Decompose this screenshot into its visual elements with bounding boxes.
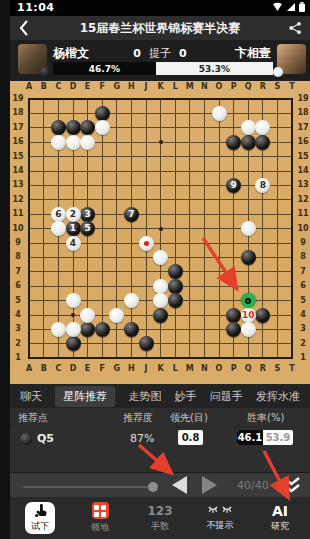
coord-letter-top: P: [227, 82, 241, 91]
black-stone-Q16: [241, 135, 256, 150]
coord-letter-top: E: [81, 82, 95, 91]
coord-number-left: 6: [11, 281, 25, 290]
coord-letter-bottom: R: [256, 364, 270, 373]
coord-letter-bottom: L: [168, 364, 182, 373]
tab-golaxy-recommend[interactable]: 星阵推荐: [55, 386, 115, 407]
coord-number-left: 10: [11, 224, 25, 233]
coord-number-right: 15: [296, 152, 310, 161]
coord-letter-top: D: [66, 82, 80, 91]
ai-research-label: 研究: [271, 520, 289, 533]
player-bar: 杨楷文 0提子0 卞相壹 46.7% 53.3%: [10, 40, 310, 81]
coord-number-right: 17: [296, 123, 310, 132]
page-title: 15届春兰杯世界锦标赛半决赛: [10, 20, 310, 37]
white-stone-O18: [212, 106, 227, 121]
white-player-name: 卞相壹: [235, 45, 271, 62]
tab-trend-graph[interactable]: 走势图: [128, 389, 161, 404]
black-captures: 0: [125, 47, 149, 60]
tap-hand-icon: [34, 504, 47, 517]
status-bar: 11:04: [10, 0, 310, 16]
toolbar-ai-research[interactable]: AI 研究: [250, 497, 310, 539]
coord-letter-bottom: G: [110, 364, 124, 373]
go-board[interactable]: AA1919BB1818CC1717DD1616EE1515FF1414GG13…: [10, 81, 310, 384]
territory-label: 领地: [91, 521, 109, 534]
analysis-tab-bar: 聊天 星阵推荐 走势图 妙手 问题手 发挥水准: [10, 384, 310, 408]
coord-letter-top: F: [95, 82, 109, 91]
coord-number-right: 2: [296, 339, 310, 348]
coord-letter-bottom: C: [51, 364, 65, 373]
black-stone-R16: [255, 135, 270, 150]
white-stone-H5: [124, 293, 139, 308]
coord-number-left: 3: [11, 324, 25, 333]
star-point: [159, 227, 163, 231]
coord-letter-top: T: [285, 82, 299, 91]
white-stone-K5: [153, 293, 168, 308]
ai-icon: AI: [272, 504, 288, 518]
coord-number-left: 14: [11, 166, 25, 175]
no-hints-label: 不提示: [207, 519, 234, 532]
white-stone-badge: [273, 67, 283, 77]
coord-number-left: 2: [11, 339, 25, 348]
coord-letter-top: J: [139, 82, 153, 91]
tab-chat[interactable]: 聊天: [20, 389, 42, 404]
white-stone-Q17: [241, 120, 256, 135]
move-number-label: 4: [70, 236, 76, 251]
share-icon[interactable]: [288, 20, 302, 39]
coord-letter-bottom: O: [212, 364, 226, 373]
lead-value: 0.8: [178, 430, 203, 445]
black-stone-L5: [168, 293, 183, 308]
coord-letter-top: K: [154, 82, 168, 91]
coord-number-left: 16: [11, 137, 25, 146]
toolbar-move-numbers[interactable]: 123 手数: [130, 497, 190, 539]
white-stone-D5: [66, 293, 81, 308]
black-stone-E10: 5: [80, 221, 95, 236]
coord-letter-bottom: H: [124, 364, 138, 373]
black-stone-P3: [226, 322, 241, 337]
white-stone-C11: 6: [51, 207, 66, 222]
coord-number-right: 3: [296, 324, 310, 333]
try-move-button[interactable]: 试下: [25, 502, 55, 534]
move-number-label: 2: [70, 207, 76, 222]
white-captures: 0: [171, 47, 195, 60]
coord-letter-bottom: Q: [241, 364, 255, 373]
black-stone-badge: [40, 67, 50, 77]
coord-number-left: 8: [11, 252, 25, 261]
tab-good-moves[interactable]: 妙手: [175, 389, 197, 404]
white-stone-J9: [139, 236, 154, 251]
wifi-icon: [272, 2, 283, 12]
coord-number-left: 11: [11, 209, 25, 218]
coord-number-right: 6: [296, 281, 310, 290]
captures-label: 提子: [149, 47, 171, 60]
recommended-move-marker: [241, 293, 256, 308]
black-stone-L7: [168, 264, 183, 279]
winrate-bar: 46.7% 53.3%: [53, 62, 273, 75]
territory-icon: [92, 502, 109, 519]
white-stone-G4: [109, 308, 124, 323]
black-stone-P16: [226, 135, 241, 150]
clock: 11:04: [17, 1, 55, 14]
coord-number-left: 1: [11, 353, 25, 362]
coord-number-right: 19: [296, 94, 310, 103]
coord-letter-top: A: [22, 82, 36, 91]
go-app-screen: 11:04 15届春兰杯世界锦标赛半决赛 杨楷文 0提子0 卞相壹 46.7% …: [10, 0, 310, 539]
coord-letter-top: B: [37, 82, 51, 91]
coord-number-right: 9: [296, 238, 310, 247]
white-stone-F17: [95, 120, 110, 135]
move-number-label: 1: [70, 221, 76, 236]
recommend-score: 87%: [130, 432, 154, 445]
black-stone-Q8: [241, 250, 256, 265]
white-stone-D3: [66, 322, 81, 337]
black-stone-E3: [80, 322, 95, 337]
black-stone-E17: [80, 120, 95, 135]
grid-line-horizontal: [28, 271, 293, 272]
bottom-toolbar: 试下 领地 123 手数 不提示 AI 研究: [10, 497, 310, 539]
black-stone-J2: [139, 336, 154, 351]
black-stone-C17: [51, 120, 66, 135]
nav-bar: 15届春兰杯世界锦标赛半决赛: [10, 16, 310, 40]
recommended-point: Q5: [37, 432, 54, 445]
toolbar-try-move[interactable]: 试下: [10, 497, 70, 539]
black-stone-K4: [153, 308, 168, 323]
white-stone-Q10: [241, 221, 256, 236]
coord-number-right: 13: [296, 180, 310, 189]
coord-number-right: 7: [296, 267, 310, 276]
white-stone-K8: [153, 250, 168, 265]
recommendation-table-header: 推荐点 推荐度 领先(目) 胜率(%): [10, 408, 310, 426]
white-stone-E16: [80, 135, 95, 150]
grid-line-vertical: [175, 98, 176, 359]
white-stone-E4: [80, 308, 95, 323]
coord-number-left: 13: [11, 180, 25, 189]
coord-letter-top: L: [168, 82, 182, 91]
coord-letter-bottom: D: [66, 364, 80, 373]
try-move-label: 试下: [31, 520, 49, 533]
black-stone-icon: [20, 433, 32, 445]
coord-number-left: 5: [11, 296, 25, 305]
coord-letter-top: H: [124, 82, 138, 91]
coord-number-left: 15: [11, 152, 25, 161]
col-recommend-score: 推荐度: [123, 411, 153, 425]
col-recommended-point: 推荐点: [18, 411, 48, 425]
coord-number-right: 16: [296, 137, 310, 146]
tab-problem-moves[interactable]: 问题手: [210, 389, 243, 404]
coord-number-left: 12: [11, 195, 25, 204]
white-stone-Q3: [241, 322, 256, 337]
coord-letter-top: M: [183, 82, 197, 91]
coord-number-right: 11: [296, 209, 310, 218]
move-slider-thumb[interactable]: [148, 482, 158, 492]
coord-number-left: 19: [11, 94, 25, 103]
white-stone-Q4: 10: [241, 308, 256, 323]
collapse-double-chevron-icon[interactable]: [281, 475, 302, 500]
move-number-label: 7: [128, 207, 134, 222]
coord-letter-bottom: N: [197, 364, 211, 373]
white-stone-R17: [255, 120, 270, 135]
white-stone-C3: [51, 322, 66, 337]
white-win-value: 53.9: [263, 430, 293, 445]
coord-number-right: 8: [296, 252, 310, 261]
coord-letter-bottom: A: [22, 364, 36, 373]
black-stone-F18: [95, 106, 110, 121]
coord-letter-top: S: [270, 82, 284, 91]
black-winrate-bar: 46.7%: [53, 62, 156, 75]
recommended-move-ring: [245, 298, 251, 304]
coord-letter-bottom: K: [154, 364, 168, 373]
black-stone-H11: 7: [124, 207, 139, 222]
white-winrate-bar: 53.3%: [156, 62, 273, 75]
move-number-label: 6: [55, 207, 61, 222]
black-stone-P4: [226, 308, 241, 323]
col-lead-points: 领先(目): [170, 411, 208, 425]
move-slider-track[interactable]: [23, 486, 153, 488]
winrate-values: 46.1 53.9: [237, 430, 293, 445]
grid-line-vertical: [204, 98, 205, 359]
coord-letter-top: G: [110, 82, 124, 91]
white-stone-D11: 2: [66, 207, 81, 222]
black-stone-D2: [66, 336, 81, 351]
black-stone-P13: 9: [226, 178, 241, 193]
coord-letter-bottom: M: [183, 364, 197, 373]
black-stone-H3: [124, 322, 139, 337]
grid-line-vertical: [189, 98, 190, 359]
coord-letter-bottom: P: [227, 364, 241, 373]
move-navigation-row: 40/40: [10, 472, 310, 497]
coord-number-left: 9: [11, 238, 25, 247]
black-win-value: 46.1: [237, 430, 263, 445]
coord-number-left: 4: [11, 310, 25, 319]
white-stone-C10: [51, 221, 66, 236]
next-move-button[interactable]: [202, 476, 217, 494]
move-number-label: 3: [84, 207, 90, 222]
coord-letter-bottom: E: [81, 364, 95, 373]
white-stone-C16: [51, 135, 66, 150]
move-counter: 40/40: [237, 479, 269, 492]
coord-letter-bottom: S: [270, 364, 284, 373]
tab-performance[interactable]: 发挥水准: [256, 389, 300, 404]
black-stone-L6: [168, 279, 183, 294]
coord-number-right: 12: [296, 195, 310, 204]
star-point: [159, 140, 163, 144]
recommendation-row[interactable]: Q5 87% 0.8 46.1 53.9: [10, 426, 310, 472]
coord-letter-top: N: [197, 82, 211, 91]
coord-letter-top: O: [212, 82, 226, 91]
col-winrate: 胜率(%): [247, 411, 284, 425]
black-stone-F3: [95, 322, 110, 337]
coord-letter-bottom: B: [37, 364, 51, 373]
coord-letter-bottom: T: [285, 364, 299, 373]
black-stone-D17: [66, 120, 81, 135]
coord-letter-top: R: [256, 82, 270, 91]
white-stone-D9: 4: [66, 236, 81, 251]
coord-letter-bottom: J: [139, 364, 153, 373]
coord-letter-top: Q: [241, 82, 255, 91]
toolbar-territory[interactable]: 领地: [70, 497, 130, 539]
move-numbers-123-icon: 123: [147, 504, 172, 518]
coord-number-left: 7: [11, 267, 25, 276]
star-point: [71, 313, 75, 317]
signal-icon: [286, 2, 296, 12]
white-stone-R13: 8: [255, 178, 270, 193]
grid-line-vertical: [277, 98, 278, 359]
move-number-label: 9: [230, 178, 236, 193]
white-stone-D16: [66, 135, 81, 150]
move-numbers-label: 手数: [151, 520, 169, 533]
move-number-label: 10: [242, 308, 255, 323]
coord-number-right: 14: [296, 166, 310, 175]
coord-number-left: 17: [11, 123, 25, 132]
toolbar-no-hints[interactable]: 不提示: [190, 497, 250, 539]
move-number-label: 5: [84, 221, 90, 236]
coord-number-left: 18: [11, 108, 25, 117]
red-dot-marker: [144, 241, 149, 246]
black-stone-E11: 3: [80, 207, 95, 222]
coord-number-right: 18: [296, 108, 310, 117]
coord-letter-bottom: F: [95, 364, 109, 373]
white-player-avatar: [277, 44, 306, 74]
white-stone-K6: [153, 279, 168, 294]
grid-line-vertical: [219, 98, 220, 359]
coord-number-right: 1: [296, 353, 310, 362]
grid-line-vertical: [291, 98, 293, 359]
closed-eyes-icon: [207, 504, 233, 517]
coord-number-right: 4: [296, 310, 310, 319]
coord-letter-top: C: [51, 82, 65, 91]
black-stone-R4: [255, 308, 270, 323]
previous-move-button[interactable]: [172, 476, 187, 494]
move-number-label: 8: [260, 178, 266, 193]
grid-line-horizontal: [28, 357, 293, 359]
battery-icon: [299, 2, 305, 12]
black-stone-D10: 1: [66, 221, 81, 236]
coord-number-right: 10: [296, 224, 310, 233]
coord-number-right: 5: [296, 296, 310, 305]
